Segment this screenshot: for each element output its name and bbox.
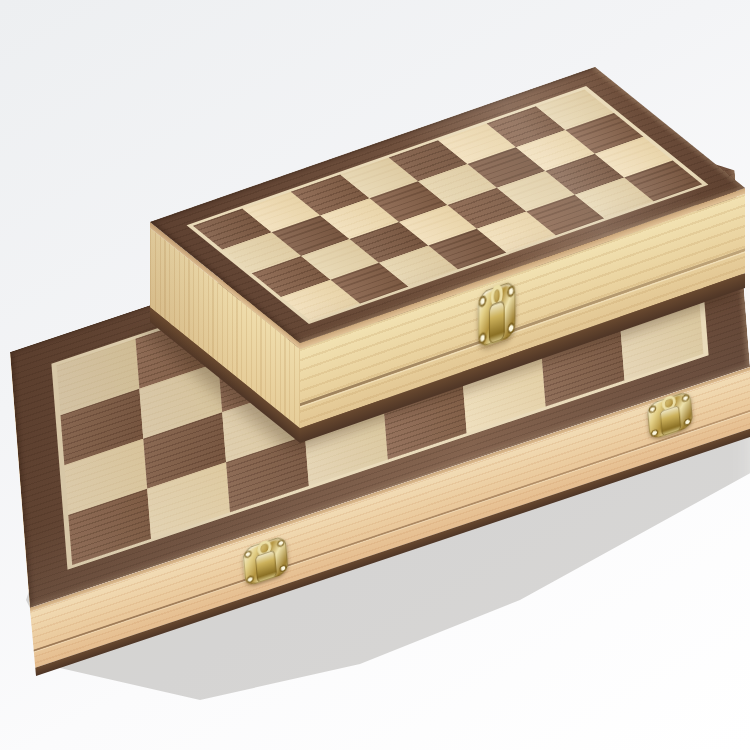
clasp-hook-icon <box>660 405 681 437</box>
clasp-hook-icon <box>489 300 506 346</box>
clasp-hook-icon <box>255 550 276 583</box>
small-box-front-clasp <box>478 275 516 353</box>
studio-backdrop <box>0 0 750 750</box>
